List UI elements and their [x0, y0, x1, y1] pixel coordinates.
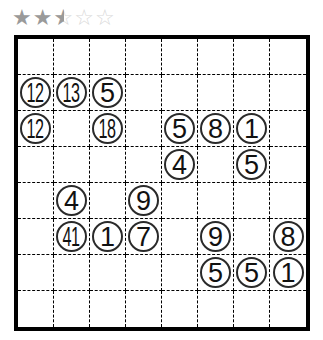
clue-circle: 13 — [56, 77, 87, 108]
cell-r8c8[interactable] — [270, 291, 306, 327]
clue-number: 1 — [100, 224, 115, 251]
cell-r3c4[interactable] — [126, 111, 162, 147]
clue-circle: 8 — [200, 113, 231, 144]
clue-number: 8 — [280, 224, 295, 251]
clue-number: 5 — [172, 116, 187, 143]
cell-r7c3[interactable] — [90, 255, 126, 291]
cell-r1c1[interactable] — [18, 39, 54, 75]
cell-r5c1[interactable] — [18, 183, 54, 219]
cell-r2c5[interactable] — [162, 75, 198, 111]
clue-circle: 5 — [236, 257, 267, 288]
cell-r1c8[interactable] — [270, 39, 306, 75]
cell-r8c5[interactable] — [162, 291, 198, 327]
cell-r4c8[interactable] — [270, 147, 306, 183]
cell-r1c4[interactable] — [126, 39, 162, 75]
cell-r8c6[interactable] — [198, 291, 234, 327]
cell-r2c6[interactable] — [198, 75, 234, 111]
cell-r2c8[interactable] — [270, 75, 306, 111]
clue-circle: 8 — [273, 221, 304, 252]
clue-number: 5 — [208, 260, 223, 287]
cell-r7c7[interactable]: 5 — [234, 255, 270, 291]
cell-r2c1[interactable]: 12 — [18, 75, 54, 111]
clue-circle: 4 — [164, 149, 195, 180]
clue-number: 41 — [63, 224, 80, 251]
clue-circle: 5 — [200, 257, 231, 288]
cell-r8c3[interactable] — [90, 291, 126, 327]
cell-r5c8[interactable] — [270, 183, 306, 219]
clue-number: 1 — [280, 260, 295, 287]
cell-r4c4[interactable] — [126, 147, 162, 183]
clue-circle: 7 — [128, 221, 159, 252]
cell-r5c3[interactable] — [90, 183, 126, 219]
cell-r4c2[interactable] — [54, 147, 90, 183]
clue-circle: 1 — [273, 257, 304, 288]
clue-number: 13 — [63, 80, 80, 107]
clue-number: 18 — [99, 116, 116, 143]
clue-circle: 12 — [20, 113, 51, 144]
cell-r8c7[interactable] — [234, 291, 270, 327]
cell-r1c2[interactable] — [54, 39, 90, 75]
clue-number: 5 — [100, 80, 115, 107]
clue-number: 5 — [244, 260, 259, 287]
cell-r6c6[interactable]: 9 — [198, 219, 234, 255]
cell-r7c1[interactable] — [18, 255, 54, 291]
cell-r5c2[interactable]: 4 — [54, 183, 90, 219]
clue-circle: 4 — [56, 185, 87, 216]
cell-r3c8[interactable] — [270, 111, 306, 147]
cell-r2c2[interactable]: 13 — [54, 75, 90, 111]
clue-circle: 9 — [200, 221, 231, 252]
cell-r7c4[interactable] — [126, 255, 162, 291]
clue-number: 8 — [208, 116, 223, 143]
clue-number: 7 — [136, 224, 151, 251]
cell-r1c7[interactable] — [234, 39, 270, 75]
cell-r8c4[interactable] — [126, 291, 162, 327]
cell-r8c2[interactable] — [54, 291, 90, 327]
cell-r2c3[interactable]: 5 — [90, 75, 126, 111]
cell-r3c7[interactable]: 1 — [234, 111, 270, 147]
cell-r6c5[interactable] — [162, 219, 198, 255]
cell-r3c6[interactable]: 8 — [198, 111, 234, 147]
cell-r6c3[interactable]: 1 — [90, 219, 126, 255]
clue-number: 5 — [244, 152, 259, 179]
cell-r1c5[interactable] — [162, 39, 198, 75]
cell-r5c7[interactable] — [234, 183, 270, 219]
puzzle-board: 1213512185814549411798551 — [14, 35, 310, 331]
cell-r1c3[interactable] — [90, 39, 126, 75]
cell-r3c3[interactable]: 18 — [90, 111, 126, 147]
cell-r4c1[interactable] — [18, 147, 54, 183]
star-filled-icon: ★ — [12, 6, 33, 30]
clue-circle: 5 — [92, 77, 123, 108]
clue-circle: 1 — [236, 113, 267, 144]
clue-number: 12 — [27, 80, 44, 107]
cell-r3c2[interactable] — [54, 111, 90, 147]
cell-r4c5[interactable]: 4 — [162, 147, 198, 183]
cell-r6c2[interactable]: 41 — [54, 219, 90, 255]
cell-r3c5[interactable]: 5 — [162, 111, 198, 147]
clue-circle: 5 — [236, 149, 267, 180]
star-filled-icon: ★ — [33, 6, 54, 30]
star-outline-icon: ☆ — [74, 6, 95, 30]
clue-number: 9 — [208, 224, 223, 251]
cell-r1c6[interactable] — [198, 39, 234, 75]
cell-r6c7[interactable] — [234, 219, 270, 255]
clue-number: 9 — [136, 188, 151, 215]
clue-number: 1 — [244, 116, 259, 143]
cell-r2c7[interactable] — [234, 75, 270, 111]
cell-r5c5[interactable] — [162, 183, 198, 219]
star-half-icon: ☆★ — [53, 6, 74, 30]
clue-number: 4 — [172, 152, 187, 179]
clue-circle: 41 — [56, 221, 87, 252]
cell-r2c4[interactable] — [126, 75, 162, 111]
cell-r5c6[interactable] — [198, 183, 234, 219]
cell-r7c8[interactable]: 1 — [270, 255, 306, 291]
cell-r4c3[interactable] — [90, 147, 126, 183]
cell-r6c8[interactable]: 8 — [270, 219, 306, 255]
cell-r7c6[interactable]: 5 — [198, 255, 234, 291]
clue-circle: 9 — [128, 185, 159, 216]
puzzle-page: ★★☆★☆☆ 1213512185814549411798551 — [0, 0, 323, 331]
clue-circle: 5 — [164, 113, 195, 144]
clue-circle: 18 — [92, 113, 123, 144]
cell-r8c1[interactable] — [18, 291, 54, 327]
clue-number: 4 — [64, 188, 79, 215]
cell-r4c6[interactable] — [198, 147, 234, 183]
star-outline-icon: ☆ — [95, 6, 116, 30]
cell-r3c1[interactable]: 12 — [18, 111, 54, 147]
clue-number: 12 — [27, 116, 44, 143]
cell-r7c2[interactable] — [54, 255, 90, 291]
cell-r6c4[interactable]: 7 — [126, 219, 162, 255]
cell-r6c1[interactable] — [18, 219, 54, 255]
difficulty-rating: ★★☆★☆☆ — [12, 6, 323, 30]
clue-circle: 1 — [92, 221, 123, 252]
cell-r7c5[interactable] — [162, 255, 198, 291]
clue-circle: 12 — [20, 77, 51, 108]
cell-r5c4[interactable]: 9 — [126, 183, 162, 219]
cell-r4c7[interactable]: 5 — [234, 147, 270, 183]
